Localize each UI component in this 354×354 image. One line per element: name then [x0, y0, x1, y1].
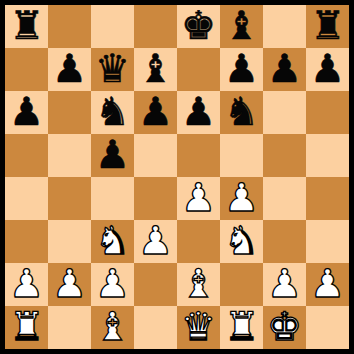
black-knight[interactable]: ♞	[95, 91, 130, 133]
square-c2[interactable]: ♟	[91, 263, 134, 306]
white-pawn[interactable]: ♟	[95, 263, 130, 305]
black-pawn[interactable]: ♟	[138, 91, 173, 133]
square-f2[interactable]	[220, 263, 263, 306]
square-e4[interactable]: ♟	[177, 177, 220, 220]
black-rook[interactable]: ♜	[9, 5, 44, 47]
white-bishop[interactable]: ♝	[181, 263, 216, 305]
square-h6[interactable]	[306, 91, 349, 134]
square-e7[interactable]	[177, 48, 220, 91]
square-e1[interactable]: ♛	[177, 306, 220, 349]
square-h8[interactable]: ♜	[306, 5, 349, 48]
square-a6[interactable]: ♟	[5, 91, 48, 134]
square-f5[interactable]	[220, 134, 263, 177]
square-c7[interactable]: ♛	[91, 48, 134, 91]
square-g7[interactable]: ♟	[263, 48, 306, 91]
black-pawn[interactable]: ♟	[224, 48, 259, 90]
square-a7[interactable]	[5, 48, 48, 91]
square-b7[interactable]: ♟	[48, 48, 91, 91]
square-d1[interactable]	[134, 306, 177, 349]
square-e3[interactable]	[177, 220, 220, 263]
white-pawn[interactable]: ♟	[224, 177, 259, 219]
square-g3[interactable]	[263, 220, 306, 263]
square-d2[interactable]	[134, 263, 177, 306]
square-b1[interactable]	[48, 306, 91, 349]
square-f6[interactable]: ♞	[220, 91, 263, 134]
black-pawn[interactable]: ♟	[52, 48, 87, 90]
white-rook[interactable]: ♜	[224, 306, 259, 348]
square-h4[interactable]	[306, 177, 349, 220]
white-pawn[interactable]: ♟	[181, 177, 216, 219]
square-c8[interactable]	[91, 5, 134, 48]
white-pawn[interactable]: ♟	[267, 263, 302, 305]
square-c4[interactable]	[91, 177, 134, 220]
square-g5[interactable]	[263, 134, 306, 177]
square-a8[interactable]: ♜	[5, 5, 48, 48]
square-b6[interactable]	[48, 91, 91, 134]
square-h2[interactable]: ♟	[306, 263, 349, 306]
square-g8[interactable]	[263, 5, 306, 48]
square-d7[interactable]: ♝	[134, 48, 177, 91]
square-a5[interactable]	[5, 134, 48, 177]
white-pawn[interactable]: ♟	[310, 263, 345, 305]
white-pawn[interactable]: ♟	[138, 220, 173, 262]
square-a2[interactable]: ♟	[5, 263, 48, 306]
square-g1[interactable]: ♚	[263, 306, 306, 349]
white-queen[interactable]: ♛	[181, 306, 216, 348]
square-h1[interactable]	[306, 306, 349, 349]
square-e5[interactable]	[177, 134, 220, 177]
white-king[interactable]: ♚	[267, 306, 302, 348]
square-h5[interactable]	[306, 134, 349, 177]
square-b3[interactable]	[48, 220, 91, 263]
white-knight[interactable]: ♞	[224, 220, 259, 262]
square-c3[interactable]: ♞	[91, 220, 134, 263]
black-pawn[interactable]: ♟	[9, 91, 44, 133]
square-d8[interactable]	[134, 5, 177, 48]
white-knight[interactable]: ♞	[95, 220, 130, 262]
square-b5[interactable]	[48, 134, 91, 177]
square-e8[interactable]: ♚	[177, 5, 220, 48]
square-b2[interactable]: ♟	[48, 263, 91, 306]
black-pawn[interactable]: ♟	[181, 91, 216, 133]
square-d6[interactable]: ♟	[134, 91, 177, 134]
black-pawn[interactable]: ♟	[310, 48, 345, 90]
square-b8[interactable]	[48, 5, 91, 48]
square-c5[interactable]: ♟	[91, 134, 134, 177]
square-a3[interactable]	[5, 220, 48, 263]
square-f7[interactable]: ♟	[220, 48, 263, 91]
square-h7[interactable]: ♟	[306, 48, 349, 91]
black-queen[interactable]: ♛	[95, 48, 130, 90]
square-g6[interactable]	[263, 91, 306, 134]
white-bishop[interactable]: ♝	[95, 306, 130, 348]
square-f3[interactable]: ♞	[220, 220, 263, 263]
square-e2[interactable]: ♝	[177, 263, 220, 306]
chess-board: ♜♚♝♜♟♛♝♟♟♟♟♞♟♟♞♟♟♟♞♟♞♟♟♟♝♟♟♜♝♛♜♚	[5, 5, 349, 349]
square-d5[interactable]	[134, 134, 177, 177]
square-g2[interactable]: ♟	[263, 263, 306, 306]
square-a4[interactable]	[5, 177, 48, 220]
square-h3[interactable]	[306, 220, 349, 263]
square-b4[interactable]	[48, 177, 91, 220]
white-pawn[interactable]: ♟	[52, 263, 87, 305]
square-a1[interactable]: ♜	[5, 306, 48, 349]
square-f4[interactable]: ♟	[220, 177, 263, 220]
square-g4[interactable]	[263, 177, 306, 220]
square-e6[interactable]: ♟	[177, 91, 220, 134]
black-pawn[interactable]: ♟	[267, 48, 302, 90]
square-c6[interactable]: ♞	[91, 91, 134, 134]
square-d4[interactable]	[134, 177, 177, 220]
square-d3[interactable]: ♟	[134, 220, 177, 263]
square-c1[interactable]: ♝	[91, 306, 134, 349]
square-f8[interactable]: ♝	[220, 5, 263, 48]
black-knight[interactable]: ♞	[224, 91, 259, 133]
black-rook[interactable]: ♜	[310, 5, 345, 47]
square-f1[interactable]: ♜	[220, 306, 263, 349]
white-pawn[interactable]: ♟	[9, 263, 44, 305]
black-pawn[interactable]: ♟	[95, 134, 130, 176]
black-king[interactable]: ♚	[181, 5, 216, 47]
black-bishop[interactable]: ♝	[138, 48, 173, 90]
black-bishop[interactable]: ♝	[224, 5, 259, 47]
white-rook[interactable]: ♜	[9, 306, 44, 348]
chess-board-frame: ♜♚♝♜♟♛♝♟♟♟♟♞♟♟♞♟♟♟♞♟♞♟♟♟♝♟♟♜♝♛♜♚	[0, 0, 354, 354]
